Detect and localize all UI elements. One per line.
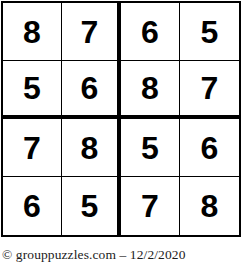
cell-r1c0[interactable]: 5: [3, 61, 62, 119]
cell-r2c3[interactable]: 6: [180, 119, 239, 177]
cell-r0c0[interactable]: 8: [3, 3, 62, 61]
cell-r1c1[interactable]: 6: [62, 61, 121, 119]
cell-r3c0[interactable]: 6: [3, 177, 62, 235]
copyright-caption: © grouppuzzles.com – 12/2/2020: [2, 247, 185, 263]
cell-r2c2[interactable]: 5: [121, 119, 180, 177]
cell-r2c0[interactable]: 7: [3, 119, 62, 177]
cell-r1c3[interactable]: 7: [180, 61, 239, 119]
cell-r0c3[interactable]: 5: [180, 3, 239, 61]
cell-r2c1[interactable]: 8: [62, 119, 121, 177]
cell-r3c3[interactable]: 8: [180, 177, 239, 235]
cell-r3c2[interactable]: 7: [121, 177, 180, 235]
cell-r0c1[interactable]: 7: [62, 3, 121, 61]
sudoku-board: 8 7 6 5 5 6 8 7 7 8 5 6 6 5 7 8: [1, 1, 241, 237]
sudoku-page: 8 7 6 5 5 6 8 7 7 8 5 6 6 5 7 8 © groupp…: [0, 0, 247, 269]
cell-r0c2[interactable]: 6: [121, 3, 180, 61]
cell-r3c1[interactable]: 5: [62, 177, 121, 235]
cell-r1c2[interactable]: 8: [121, 61, 180, 119]
